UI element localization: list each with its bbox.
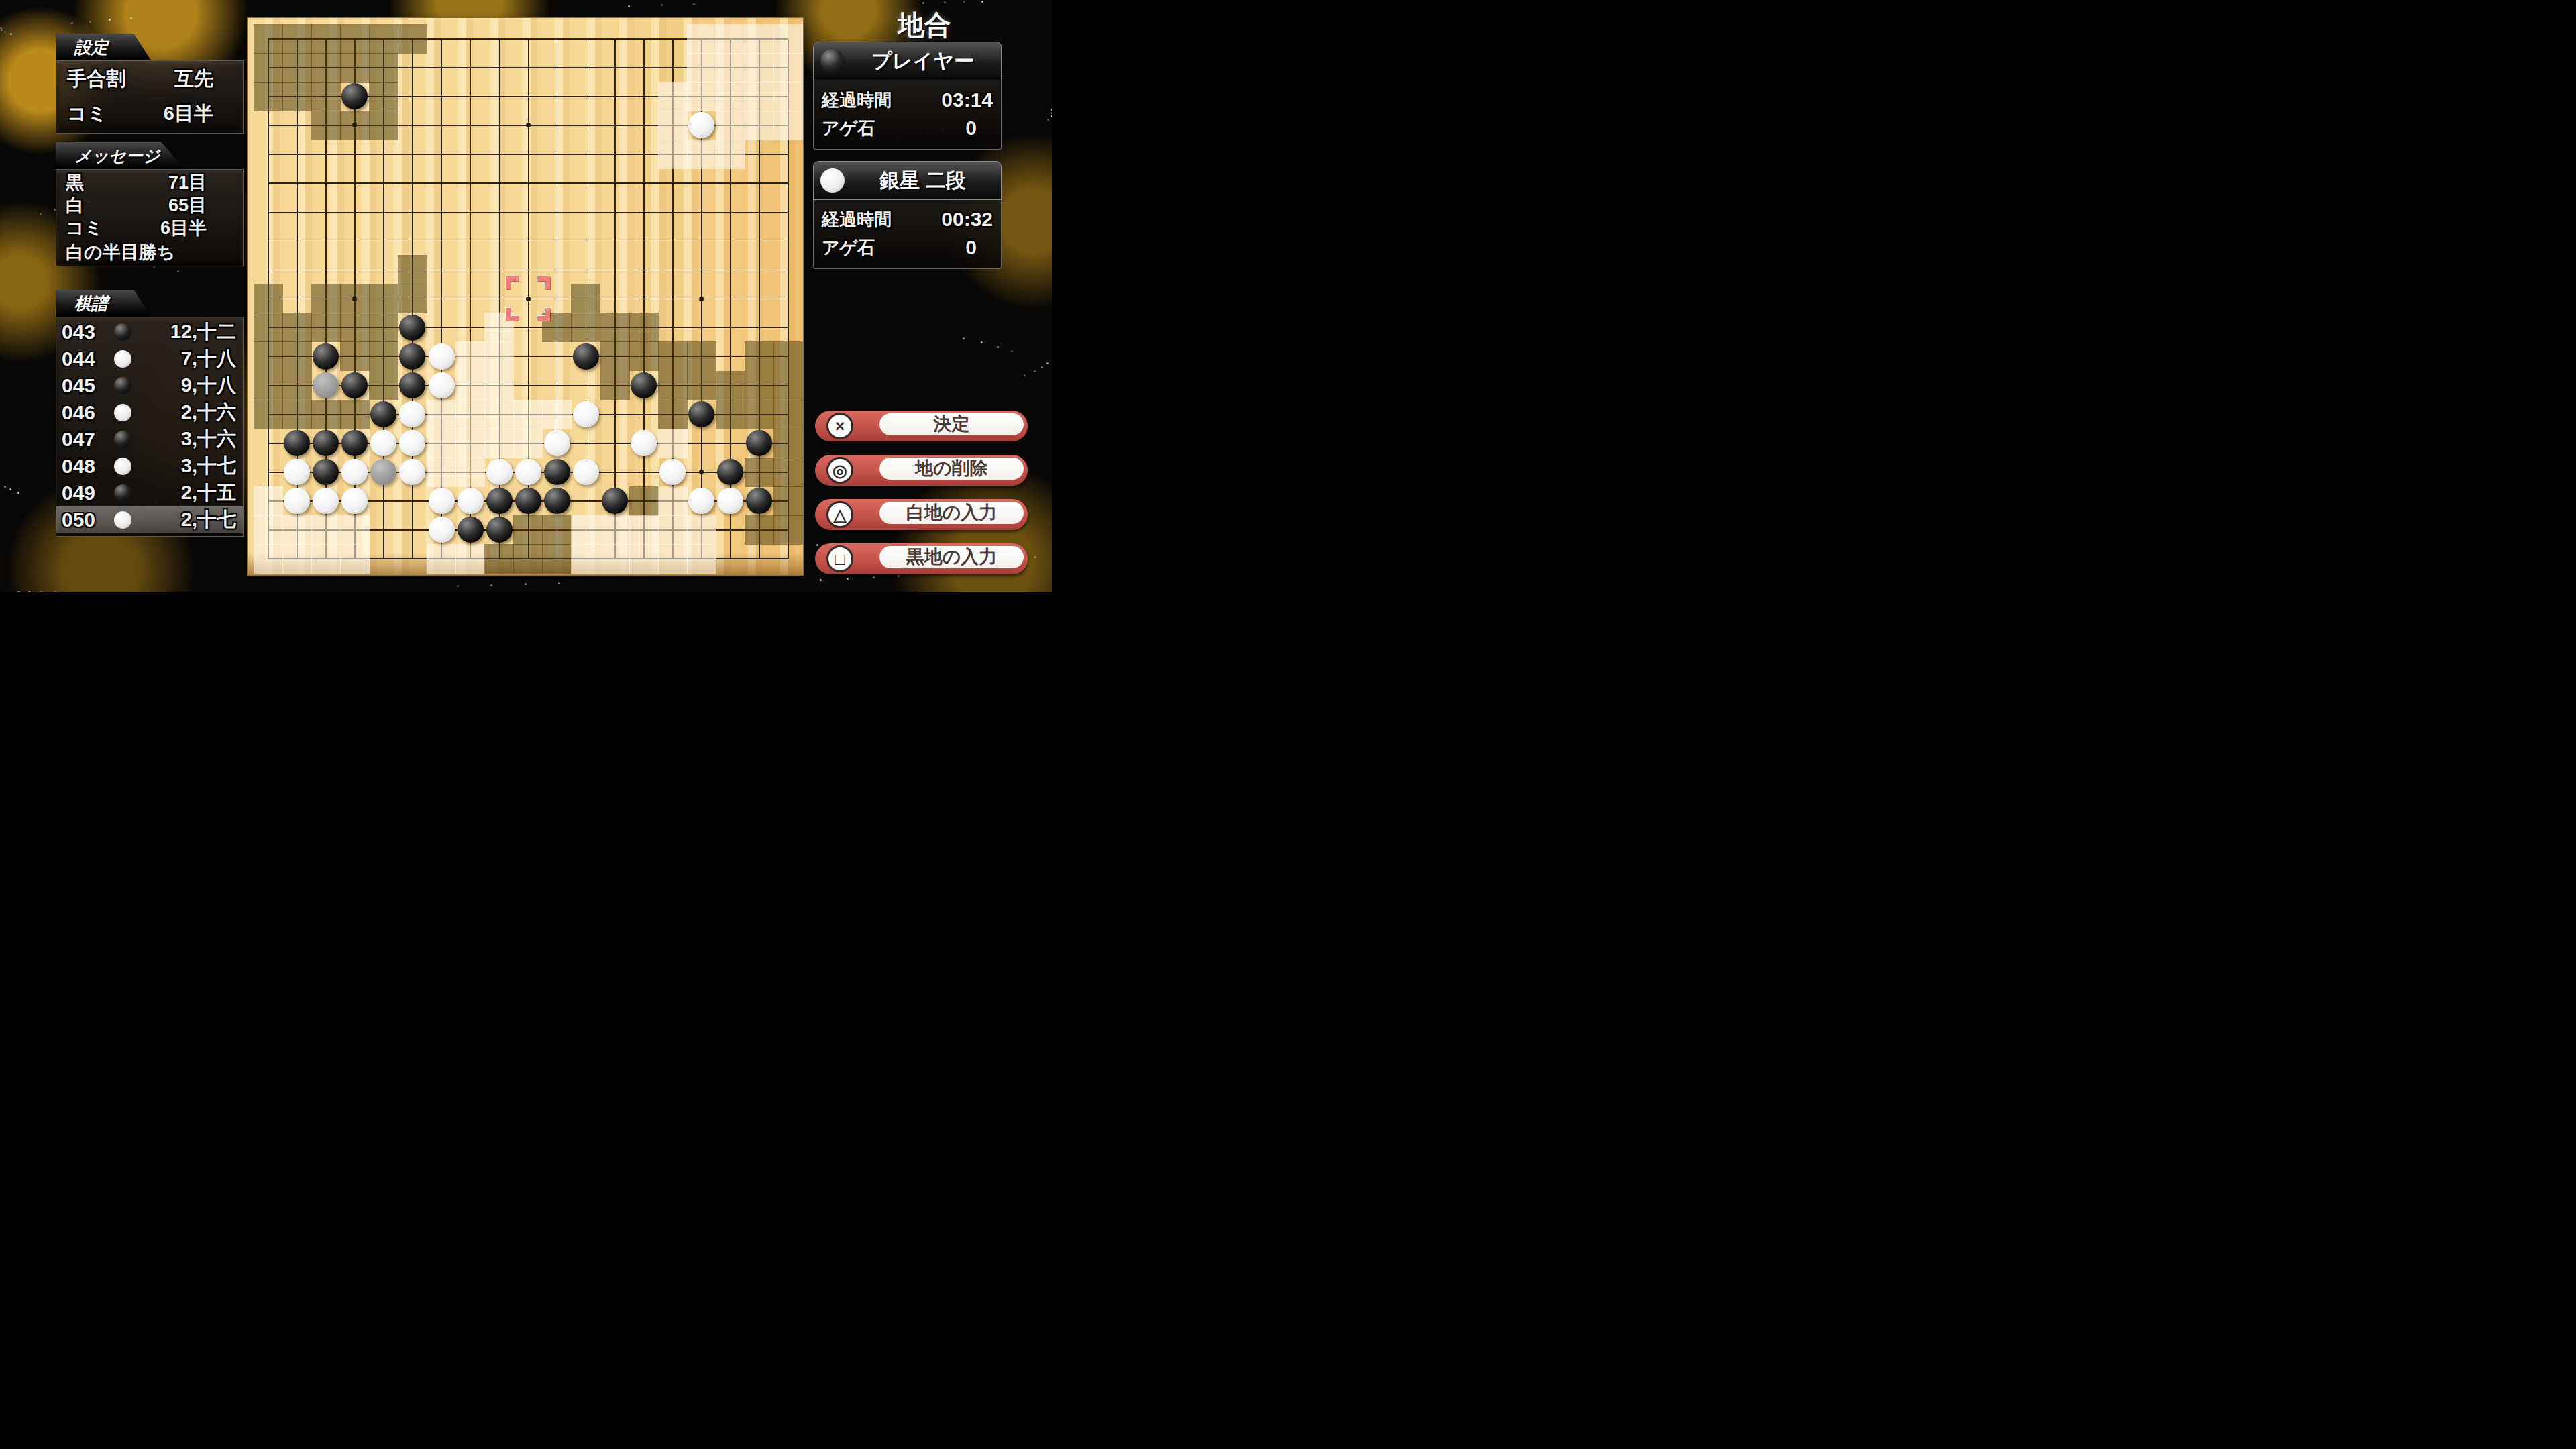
black-stone [486,517,513,543]
white-territory-mark [340,515,370,545]
message-body: 黒 71目 白 65目 コミ 6目半 白の半目勝ち [56,169,244,266]
black-territory-mark [773,515,803,545]
white-territory-mark [629,515,659,545]
white-stone [486,459,513,485]
black-stone [515,488,541,514]
white-territory-mark [542,400,572,429]
white-territory-mark [716,140,745,169]
white-territory-mark [745,53,774,83]
move-coordinate: 2,十五 [136,480,236,506]
black-territory-mark [282,341,312,371]
black-stone [399,315,425,341]
kifu-panel: 棋譜 043 12,十二 044 7,十八 045 9,十八 046 2,十六 … [56,290,244,537]
black-territory-mark [398,24,427,54]
white-territory-mark [427,400,456,429]
black-stone [486,488,513,514]
circle-icon: ◎ [826,457,853,484]
move-number: 043 [62,321,114,343]
button-黒地の入力[interactable]: □ 黒地の入力 [815,543,1028,574]
black-territory-mark [398,284,427,313]
kifu-move-row[interactable]: 047 3,十六 [56,426,243,453]
white-stone [284,459,310,485]
black-territory-mark [282,24,312,54]
black-territory-mark [745,341,774,371]
black-stone [458,517,484,543]
black-stone [746,430,772,456]
black-score-label: 黒 [66,170,84,195]
white-stone [399,401,425,427]
white-territory-mark [629,544,659,574]
white-territory-mark [455,458,485,487]
black-territory-mark [687,371,716,400]
board-cursor[interactable] [537,276,550,289]
white-stone [399,459,425,485]
black-territory-mark [484,544,514,574]
move-number: 046 [62,401,114,424]
white-territory-mark [687,515,716,545]
white-stone [573,459,599,485]
black-score-value: 71目 [168,170,207,195]
move-stone-icon [114,404,131,421]
white-territory-mark [716,82,745,111]
white-stone [544,430,570,456]
white-territory-mark [282,544,312,574]
black-territory-mark [311,111,341,140]
black-territory-mark [311,313,341,342]
black-stone [284,430,310,456]
move-coordinate: 2,十六 [136,399,236,426]
black-territory-mark [687,341,716,371]
black-territory-mark [629,313,659,342]
grid-line-v [614,39,616,559]
black-territory-mark [282,313,312,342]
white-territory-mark [484,341,514,371]
white-territory-mark [658,544,688,574]
white-stone [631,430,657,456]
white-territory-mark [455,341,485,371]
kifu-move-row[interactable]: 048 3,十七 [56,453,243,480]
cross-icon: × [826,413,853,439]
black-territory-mark [369,111,398,140]
square-icon: □ [826,545,853,572]
black-stone-icon [820,49,845,73]
move-coordinate: 3,十七 [136,453,236,480]
black-territory-mark [340,313,370,342]
black-stone [544,488,570,514]
black-territory-mark [745,458,774,487]
black-territory-mark [254,53,283,83]
move-coordinate: 7,十八 [136,345,236,372]
white-score-label: 白 [66,193,84,217]
board-cursor[interactable] [506,276,519,289]
white-territory-mark [571,544,600,574]
white-captures-value: 0 [965,236,993,259]
black-territory-mark [311,400,341,429]
black-territory-mark [571,313,600,342]
white-stone [717,488,743,514]
black-captures-label: アゲ石 [822,117,875,140]
black-stone [341,83,368,109]
white-territory-mark [282,515,312,545]
white-territory-mark [658,82,688,111]
settings-panel: 設定 手合割 互先 コミ 6目半 [56,34,244,134]
black-stone [341,430,368,456]
black-stone [717,459,743,485]
white-territory-mark [658,429,688,458]
black-stone [399,372,425,398]
move-number: 047 [62,428,114,451]
black-territory-mark [282,82,312,111]
black-territory-mark [629,486,659,516]
white-stone [284,488,310,514]
black-stone [370,401,396,427]
dead-stone-gray [313,372,339,398]
black-territory-mark [658,400,688,429]
move-coordinate: 3,十六 [136,426,236,453]
black-territory-mark [311,53,341,83]
move-coordinate: 9,十八 [136,372,236,399]
black-territory-mark [311,24,341,54]
white-territory-mark [455,371,485,400]
white-territory-mark [773,82,803,111]
white-stone [573,401,599,427]
black-territory-mark [773,429,803,458]
black-territory-mark [369,313,398,342]
white-territory-mark [687,53,716,83]
black-territory-mark [340,400,370,429]
black-territory-mark [600,371,630,400]
move-stone-icon [114,323,131,341]
go-board[interactable] [248,18,803,575]
white-territory-mark [254,486,283,516]
black-stone [399,343,425,370]
white-stone [429,343,455,370]
move-number: 048 [62,455,114,478]
black-territory-mark [542,544,572,574]
msg-komi-value: 6目半 [160,216,207,240]
white-territory-mark [745,82,774,111]
black-stone [544,459,570,485]
white-stone [688,112,714,138]
white-territory-mark [687,544,716,574]
player-black-panel: プレイヤー 経過時間 03:14 アゲ石 0 [813,42,1002,150]
black-time-label: 経過時間 [822,89,892,112]
black-territory-mark [513,515,543,545]
black-territory-mark [282,53,312,83]
white-territory-mark [658,486,688,516]
move-number: 045 [62,374,114,397]
message-header: メッセージ [74,145,160,167]
black-territory-mark [542,515,572,545]
komi-value: 6目半 [164,101,213,127]
black-stone [313,430,339,456]
black-territory-mark [254,371,283,400]
black-player-name: プレイヤー [851,48,994,75]
move-stone-icon [114,350,131,368]
black-territory-mark [254,82,283,111]
black-territory-mark [658,341,688,371]
white-territory-mark [687,140,716,169]
black-territory-mark [369,24,398,54]
black-territory-mark [369,341,398,371]
black-territory-mark [773,400,803,429]
white-territory-mark [716,111,745,140]
star-point [699,470,704,474]
button-決定[interactable]: × 決定 [815,411,1028,441]
black-stone [313,343,339,370]
white-time-value: 00:32 [941,208,993,231]
black-territory-mark [773,371,803,400]
settings-body: 手合割 互先 コミ 6目半 [56,60,244,134]
black-territory-mark [629,341,659,371]
white-territory-mark [484,371,514,400]
white-territory-mark [484,400,514,429]
move-stone-icon [114,377,131,394]
black-stone [602,488,628,514]
settings-header: 設定 [74,36,108,58]
black-territory-mark [600,313,630,342]
black-territory-mark [311,82,341,111]
black-captures-value: 0 [965,117,993,140]
white-stone [370,430,396,456]
star-point [699,297,704,301]
move-stone-icon [114,458,131,475]
grid-line-v [643,39,645,559]
white-stone [341,459,368,485]
button-白地の入力[interactable]: △ 白地の入力 [815,499,1028,530]
black-territory-mark [254,400,283,429]
kifu-move-row[interactable]: 044 7,十八 [56,345,243,372]
move-coordinate: 2,十七 [136,506,236,533]
black-stone [341,372,368,398]
white-stone [313,488,339,514]
white-stone [429,488,455,514]
white-territory-mark [254,544,283,574]
white-territory-mark [340,544,370,574]
black-territory-mark [282,400,312,429]
white-territory-mark [513,429,543,458]
triangle-icon: △ [826,501,853,528]
white-territory-mark [455,429,485,458]
white-territory-mark [745,111,774,140]
black-stone [688,401,714,427]
move-number: 044 [62,347,114,370]
message-tab: メッセージ [56,142,184,169]
white-territory-mark [687,82,716,111]
black-territory-mark [254,24,283,54]
white-stone [515,459,541,485]
game-screen: 設定 手合割 互先 コミ 6目半 メッセージ 黒 71目 白 65目 [0,0,1052,592]
move-stone-icon [114,484,131,502]
white-territory-mark [455,544,485,574]
white-territory-mark [658,515,688,545]
black-time-value: 03:14 [941,89,993,111]
white-stone [458,488,484,514]
black-territory-mark [340,53,370,83]
black-territory-mark [773,486,803,516]
white-territory-mark [600,544,630,574]
black-territory-mark [254,284,283,313]
handicap-value: 互先 [174,66,213,93]
white-score-value: 65目 [168,193,207,217]
message-panel: メッセージ 黒 71目 白 65目 コミ 6目半 白の半目勝ち [56,142,244,266]
black-territory-mark [745,371,774,400]
kifu-header: 棋譜 [74,292,108,315]
black-territory-mark [571,284,600,313]
dead-stone-gray [370,459,396,485]
black-stone [313,459,339,485]
white-stone-icon [820,168,845,193]
kifu-tab: 棋譜 [56,290,151,317]
white-territory-mark [600,515,630,545]
black-territory-mark [773,458,803,487]
black-territory-mark [369,82,398,111]
white-territory-mark [716,53,745,83]
kifu-move-row[interactable]: 045 9,十八 [56,372,243,399]
white-territory-mark [427,458,456,487]
black-territory-mark [282,371,312,400]
kifu-move-row[interactable]: 043 12,十二 [56,319,243,345]
white-territory-mark [427,429,456,458]
black-stone [631,372,657,398]
move-number: 050 [62,508,114,531]
white-territory-mark [716,24,745,54]
komi-label: コミ [67,101,107,127]
white-stone [399,430,425,456]
black-territory-mark [745,400,774,429]
white-territory-mark [658,140,688,169]
white-territory-mark [773,111,803,140]
black-stone [746,488,772,514]
player-white-panel: 銀星 二段 経過時間 00:32 アゲ石 0 [813,161,1002,269]
white-stone [341,488,368,514]
black-territory-mark [398,255,427,284]
white-captures-label: アゲ石 [822,236,875,260]
kifu-move-row[interactable]: 050 2,十七 [56,506,243,533]
white-stone [659,459,686,485]
black-territory-mark [369,284,398,313]
msg-komi-label: コミ [66,216,103,240]
white-territory-mark [658,111,688,140]
white-territory-mark [773,53,803,83]
white-territory-mark [513,400,543,429]
button-label: 黒地の入力 [879,543,1024,570]
white-territory-mark [427,544,456,574]
white-territory-mark [311,544,341,574]
move-coordinate: 12,十二 [136,319,236,345]
star-point [526,123,531,127]
black-territory-mark [369,371,398,400]
move-number: 049 [62,482,114,504]
result-text: 白の半目勝ち [66,240,175,264]
button-label: 地の削除 [879,455,1024,482]
black-territory-mark [340,24,370,54]
white-territory-mark [773,24,803,54]
black-territory-mark [716,400,745,429]
kifu-move-list[interactable]: 043 12,十二 044 7,十八 045 9,十八 046 2,十六 047… [56,317,244,537]
black-territory-mark [513,544,543,574]
move-stone-icon [114,431,131,448]
white-territory-mark [687,24,716,54]
black-stone [573,343,599,370]
black-territory-mark [658,371,688,400]
white-territory-mark [455,400,485,429]
white-stone [688,488,714,514]
white-time-label: 経過時間 [822,208,892,231]
white-stone [429,372,455,398]
handicap-label: 手合割 [67,66,125,93]
star-point [352,297,357,301]
black-territory-mark [745,515,774,545]
black-territory-mark [254,341,283,371]
button-地の削除[interactable]: ◎ 地の削除 [815,455,1028,486]
move-stone-icon [114,511,131,529]
white-stone [429,517,455,543]
white-player-name: 銀星 二段 [851,167,994,195]
button-label: 決定 [879,411,1024,437]
black-territory-mark [369,53,398,83]
white-territory-mark [571,515,600,545]
territory-count-title: 地合 [884,7,965,44]
kifu-move-row[interactable]: 046 2,十六 [56,399,243,426]
white-territory-mark [254,515,283,545]
button-label: 白地の入力 [879,499,1024,526]
settings-tab: 設定 [56,34,151,60]
white-territory-mark [484,429,514,458]
black-territory-mark [773,341,803,371]
star-point [526,297,531,301]
black-territory-mark [716,371,745,400]
kifu-move-row[interactable]: 049 2,十五 [56,480,243,506]
black-territory-mark [600,341,630,371]
board-cursor[interactable] [537,308,550,321]
black-territory-mark [254,313,283,342]
white-territory-mark [745,24,774,54]
board-cursor[interactable] [506,308,519,321]
black-territory-mark [311,284,341,313]
black-territory-mark [340,341,370,371]
white-territory-mark [311,515,341,545]
